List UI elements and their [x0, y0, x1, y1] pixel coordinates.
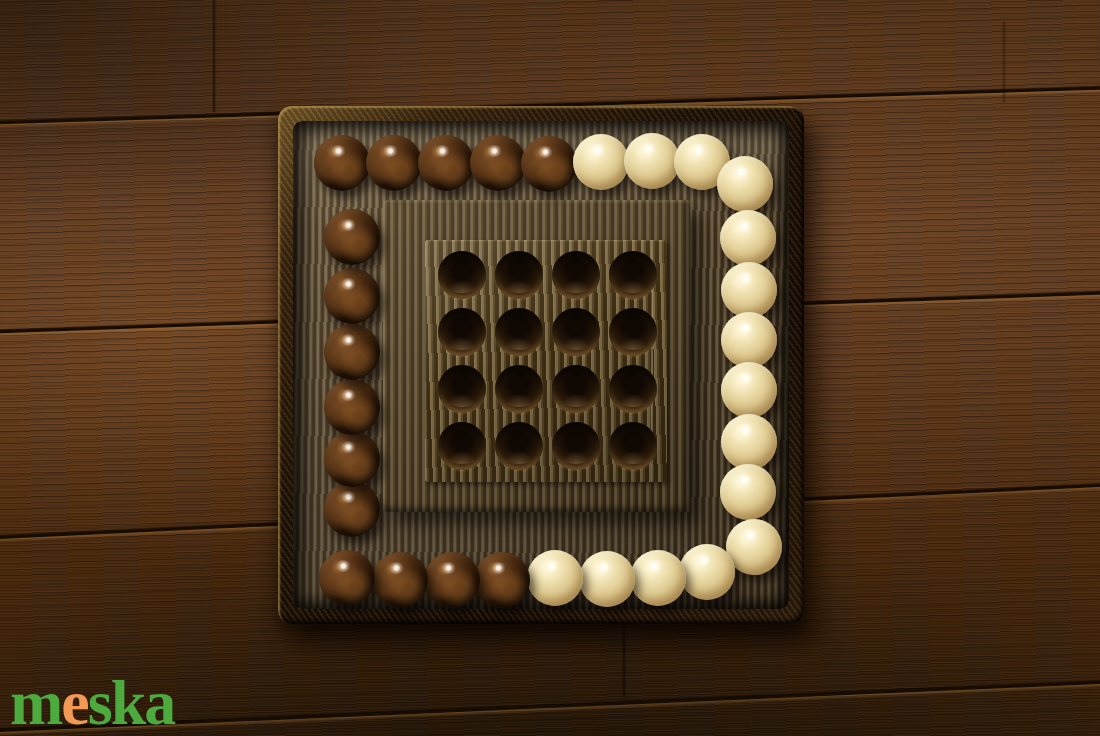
photo-scene: meska	[0, 0, 1100, 736]
marble-light[interactable]	[720, 464, 776, 520]
marble-dark[interactable]	[474, 552, 530, 608]
marble-light[interactable]	[721, 362, 777, 418]
watermark-letter: s	[88, 667, 111, 736]
marble-light[interactable]	[717, 156, 773, 212]
marble-light[interactable]	[679, 544, 735, 600]
board-hole[interactable]	[552, 422, 600, 470]
watermark-letter: k	[111, 667, 145, 736]
board-hole[interactable]	[495, 365, 543, 413]
marble-light[interactable]	[527, 550, 583, 606]
marble-dark[interactable]	[319, 550, 375, 606]
marble-dark[interactable]	[366, 135, 422, 191]
board-hole[interactable]	[495, 251, 543, 299]
game-board	[278, 106, 804, 624]
marble-dark[interactable]	[324, 209, 380, 265]
board-hole[interactable]	[438, 365, 486, 413]
board-hole[interactable]	[438, 308, 486, 356]
marble-dark[interactable]	[314, 135, 370, 191]
watermark-letter: m	[10, 667, 61, 736]
marble-light[interactable]	[624, 133, 680, 189]
board-hole[interactable]	[438, 422, 486, 470]
board-hole[interactable]	[495, 422, 543, 470]
board-hole[interactable]	[609, 422, 657, 470]
marble-light[interactable]	[579, 551, 635, 607]
marble-light[interactable]	[573, 134, 629, 190]
marble-dark[interactable]	[324, 324, 380, 380]
watermark-letter: e	[61, 667, 87, 736]
floor-plank-seam	[623, 612, 625, 696]
watermark-letter: a	[144, 667, 174, 736]
marble-dark[interactable]	[372, 552, 428, 608]
marble-dark[interactable]	[324, 481, 380, 537]
board-hole[interactable]	[438, 251, 486, 299]
marble-light[interactable]	[721, 312, 777, 368]
floor-plank-seam	[213, 0, 215, 112]
board-hole[interactable]	[552, 365, 600, 413]
board-hole[interactable]	[552, 251, 600, 299]
meska-watermark: meska	[10, 671, 174, 735]
board-hole[interactable]	[495, 308, 543, 356]
board-hole[interactable]	[609, 308, 657, 356]
marble-dark[interactable]	[521, 136, 577, 192]
marble-dark[interactable]	[424, 552, 480, 608]
marble-light[interactable]	[721, 414, 777, 470]
marble-dark[interactable]	[470, 135, 526, 191]
floor-plank-seam	[1003, 22, 1005, 102]
board-hole[interactable]	[609, 251, 657, 299]
board-hole[interactable]	[552, 308, 600, 356]
marble-dark[interactable]	[324, 379, 380, 435]
marble-dark[interactable]	[324, 268, 380, 324]
marble-light[interactable]	[630, 550, 686, 606]
board-hole[interactable]	[609, 365, 657, 413]
marble-light[interactable]	[721, 262, 777, 318]
marble-dark[interactable]	[418, 135, 474, 191]
marble-light[interactable]	[720, 210, 776, 266]
marble-dark[interactable]	[324, 431, 380, 487]
